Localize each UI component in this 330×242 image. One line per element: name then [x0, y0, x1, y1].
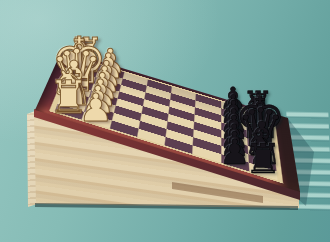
- chess-photo-scene: ♜♟♟♜♞♟♟♞♝♟♟♝♚♟♟♚♛♟♟♛♝♟♟♝♞♟♟♞♜♟♟♜: [0, 0, 330, 242]
